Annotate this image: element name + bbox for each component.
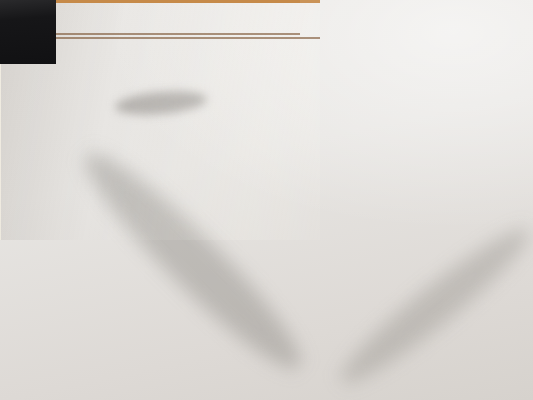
number-card [0, 0, 56, 64]
photo-backdrop [0, 0, 533, 400]
board-shadow-right [330, 216, 533, 397]
